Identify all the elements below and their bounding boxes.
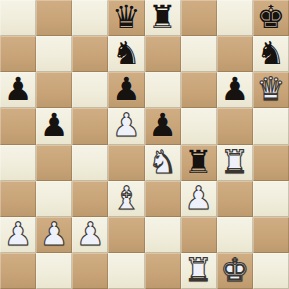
square-a5[interactable] [0,108,36,144]
square-d5[interactable]: ♟ [108,108,144,144]
square-f3[interactable]: ♟ [181,181,217,217]
square-h3[interactable] [253,181,289,217]
chess-board-window: ♛♜♚♞♞♟♟♟♛♟♟♟♞♜♜♝♟♟♟♟♜♚ [0,0,289,289]
piece-white-queen-h6[interactable]: ♛ [257,73,286,105]
square-h7[interactable]: ♞ [253,36,289,72]
square-c1[interactable] [72,253,108,289]
piece-white-king-g1[interactable]: ♚ [220,254,249,286]
square-d4[interactable] [108,145,144,181]
square-h8[interactable]: ♚ [253,0,289,36]
piece-black-pawn-a6[interactable]: ♟ [4,73,33,105]
square-b4[interactable] [36,145,72,181]
square-e2[interactable] [145,217,181,253]
square-a3[interactable] [0,181,36,217]
square-f7[interactable] [181,36,217,72]
piece-white-pawn-b2[interactable]: ♟ [40,218,69,250]
square-g5[interactable] [217,108,253,144]
square-f5[interactable] [181,108,217,144]
piece-black-pawn-e5[interactable]: ♟ [148,109,177,141]
square-c3[interactable] [72,181,108,217]
square-e3[interactable] [145,181,181,217]
square-f4[interactable]: ♜ [181,145,217,181]
square-e4[interactable]: ♞ [145,145,181,181]
piece-black-pawn-g6[interactable]: ♟ [220,73,249,105]
square-e7[interactable] [145,36,181,72]
square-f8[interactable] [181,0,217,36]
square-f1[interactable]: ♜ [181,253,217,289]
square-e5[interactable]: ♟ [145,108,181,144]
piece-black-pawn-d6[interactable]: ♟ [112,73,141,105]
square-h6[interactable]: ♛ [253,72,289,108]
square-g3[interactable] [217,181,253,217]
chess-board: ♛♜♚♞♞♟♟♟♛♟♟♟♞♜♜♝♟♟♟♟♜♚ [0,0,289,289]
square-a6[interactable]: ♟ [0,72,36,108]
square-c8[interactable] [72,0,108,36]
piece-white-pawn-f3[interactable]: ♟ [184,182,213,214]
square-h1[interactable] [253,253,289,289]
piece-white-pawn-c2[interactable]: ♟ [76,218,105,250]
square-b2[interactable]: ♟ [36,217,72,253]
square-c7[interactable] [72,36,108,72]
square-c2[interactable]: ♟ [72,217,108,253]
square-a4[interactable] [0,145,36,181]
square-d2[interactable] [108,217,144,253]
square-b1[interactable] [36,253,72,289]
square-f6[interactable] [181,72,217,108]
square-a1[interactable] [0,253,36,289]
piece-black-pawn-b5[interactable]: ♟ [40,109,69,141]
square-g4[interactable]: ♜ [217,145,253,181]
square-h4[interactable] [253,145,289,181]
piece-black-king-h8[interactable]: ♚ [257,1,286,33]
square-a8[interactable] [0,0,36,36]
square-g8[interactable] [217,0,253,36]
square-g6[interactable]: ♟ [217,72,253,108]
square-d6[interactable]: ♟ [108,72,144,108]
square-e8[interactable]: ♜ [145,0,181,36]
square-c5[interactable] [72,108,108,144]
square-b7[interactable] [36,36,72,72]
square-a2[interactable]: ♟ [0,217,36,253]
piece-black-rook-f4[interactable]: ♜ [184,146,213,178]
piece-white-rook-g4[interactable]: ♜ [220,146,249,178]
square-f2[interactable] [181,217,217,253]
square-d1[interactable] [108,253,144,289]
square-b3[interactable] [36,181,72,217]
piece-white-rook-f1[interactable]: ♜ [184,254,213,286]
square-c6[interactable] [72,72,108,108]
piece-black-knight-h7[interactable]: ♞ [257,37,286,69]
square-e6[interactable] [145,72,181,108]
square-c4[interactable] [72,145,108,181]
square-b5[interactable]: ♟ [36,108,72,144]
square-b6[interactable] [36,72,72,108]
square-g2[interactable] [217,217,253,253]
square-g1[interactable]: ♚ [217,253,253,289]
square-h5[interactable] [253,108,289,144]
piece-white-bishop-d3[interactable]: ♝ [112,182,141,214]
piece-white-knight-e4[interactable]: ♞ [148,146,177,178]
square-a7[interactable] [0,36,36,72]
square-d7[interactable]: ♞ [108,36,144,72]
square-g7[interactable] [217,36,253,72]
square-e1[interactable] [145,253,181,289]
square-h2[interactable] [253,217,289,253]
piece-white-pawn-a2[interactable]: ♟ [4,218,33,250]
square-d3[interactable]: ♝ [108,181,144,217]
piece-black-rook-e8[interactable]: ♜ [148,1,177,33]
piece-black-queen-d8[interactable]: ♛ [112,1,141,33]
piece-white-pawn-d5[interactable]: ♟ [112,109,141,141]
square-b8[interactable] [36,0,72,36]
square-d8[interactable]: ♛ [108,0,144,36]
piece-black-knight-d7[interactable]: ♞ [112,37,141,69]
